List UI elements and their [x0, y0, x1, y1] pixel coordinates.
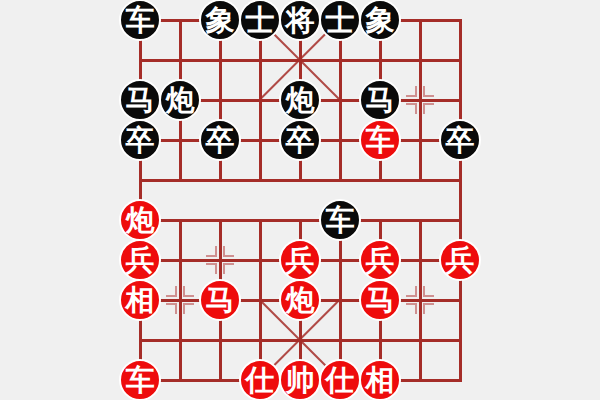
marker-corner-tl [406, 286, 417, 297]
piece-red-advisor[interactable]: 仕 [239, 359, 281, 400]
piece-black-soldier[interactable]: 卒 [439, 119, 481, 161]
piece-black-advisor[interactable]: 士 [239, 0, 281, 41]
piece-black-horse[interactable]: 马 [359, 79, 401, 121]
marker-corner-tr [423, 286, 434, 297]
marker-corner-br [423, 303, 434, 314]
piece-red-chariot[interactable]: 车 [119, 359, 161, 400]
piece-black-cannon[interactable]: 炮 [279, 79, 321, 121]
piece-black-elephant[interactable]: 象 [199, 0, 241, 41]
piece-black-general[interactable]: 将 [279, 0, 321, 41]
piece-black-soldier[interactable]: 卒 [119, 119, 161, 161]
piece-red-soldier[interactable]: 兵 [119, 239, 161, 281]
marker-corner-bl [166, 303, 177, 314]
piece-red-elephant[interactable]: 相 [119, 279, 161, 321]
marker-corner-tl [166, 286, 177, 297]
marker-corner-tr [223, 246, 234, 257]
marker-corner-tl [206, 246, 217, 257]
piece-red-chariot[interactable]: 车 [359, 119, 401, 161]
piece-red-soldier[interactable]: 兵 [279, 239, 321, 281]
piece-red-horse[interactable]: 马 [199, 279, 241, 321]
piece-red-soldier[interactable]: 兵 [359, 239, 401, 281]
marker-corner-tr [183, 286, 194, 297]
piece-black-horse[interactable]: 马 [119, 79, 161, 121]
last-move-marker [406, 286, 434, 314]
marker-corner-tl [406, 86, 417, 97]
marker-corner-tr [423, 86, 434, 97]
last-move-marker [166, 286, 194, 314]
marker-corner-br [423, 103, 434, 114]
piece-red-general[interactable]: 帅 [279, 359, 321, 400]
piece-black-cannon[interactable]: 炮 [159, 79, 201, 121]
marker-corner-bl [406, 103, 417, 114]
last-move-marker [206, 246, 234, 274]
piece-black-elephant[interactable]: 象 [359, 0, 401, 41]
last-move-marker [406, 86, 434, 114]
marker-corner-bl [206, 263, 217, 274]
xiangqi-board: 车象士将士象马炮炮马卒卒卒车卒炮车兵兵兵兵相马炮马车仕帅仕相 [0, 0, 600, 400]
piece-black-advisor[interactable]: 士 [319, 0, 361, 41]
piece-red-soldier[interactable]: 兵 [439, 239, 481, 281]
piece-black-soldier[interactable]: 卒 [279, 119, 321, 161]
piece-red-cannon[interactable]: 炮 [119, 199, 161, 241]
marker-corner-br [223, 263, 234, 274]
piece-red-advisor[interactable]: 仕 [319, 359, 361, 400]
grid-file-line [459, 19, 462, 382]
piece-red-elephant[interactable]: 相 [359, 359, 401, 400]
piece-red-horse[interactable]: 马 [359, 279, 401, 321]
xiangqi-app: 车象士将士象马炮炮马卒卒卒车卒炮车兵兵兵兵相马炮马车仕帅仕相 [0, 0, 600, 400]
piece-black-chariot[interactable]: 车 [319, 199, 361, 241]
piece-black-chariot[interactable]: 车 [119, 0, 161, 41]
piece-red-cannon[interactable]: 炮 [279, 279, 321, 321]
piece-black-soldier[interactable]: 卒 [199, 119, 241, 161]
marker-corner-br [183, 303, 194, 314]
marker-corner-bl [406, 303, 417, 314]
